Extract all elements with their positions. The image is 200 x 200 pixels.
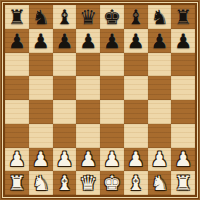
square-g1[interactable]: ♞ [148,171,172,195]
piece-black-knight[interactable]: ♞ [150,6,168,26]
square-h4[interactable] [171,100,195,124]
square-e3[interactable] [100,124,124,148]
square-h5[interactable] [171,76,195,100]
square-d8[interactable]: ♛ [76,5,100,29]
square-a1[interactable]: ♜ [5,171,29,195]
piece-white-bishop[interactable]: ♝ [55,173,73,193]
piece-black-pawn[interactable]: ♟ [174,30,192,50]
square-h1[interactable]: ♜ [171,171,195,195]
piece-black-pawn[interactable]: ♟ [8,30,26,50]
square-f7[interactable]: ♟ [124,29,148,53]
square-c6[interactable] [53,53,77,77]
square-f3[interactable] [124,124,148,148]
square-b3[interactable] [29,124,53,148]
square-f1[interactable]: ♝ [124,171,148,195]
square-e6[interactable] [100,53,124,77]
piece-white-rook[interactable]: ♜ [174,173,192,193]
square-d3[interactable] [76,124,100,148]
piece-white-knight[interactable]: ♞ [32,173,50,193]
piece-white-rook[interactable]: ♜ [8,173,26,193]
piece-black-king[interactable]: ♚ [103,6,121,26]
square-c5[interactable] [53,76,77,100]
piece-black-bishop[interactable]: ♝ [127,6,145,26]
square-f6[interactable] [124,53,148,77]
square-c3[interactable] [53,124,77,148]
piece-black-rook[interactable]: ♜ [174,6,192,26]
square-h2[interactable]: ♟ [171,148,195,172]
square-d4[interactable] [76,100,100,124]
square-d7[interactable]: ♟ [76,29,100,53]
piece-white-pawn[interactable]: ♟ [174,149,192,169]
piece-black-pawn[interactable]: ♟ [127,30,145,50]
piece-black-pawn[interactable]: ♟ [32,30,50,50]
piece-white-bishop[interactable]: ♝ [127,173,145,193]
square-a2[interactable]: ♟ [5,148,29,172]
piece-black-pawn[interactable]: ♟ [150,30,168,50]
square-f2[interactable]: ♟ [124,148,148,172]
piece-black-bishop[interactable]: ♝ [55,6,73,26]
square-g2[interactable]: ♟ [148,148,172,172]
square-e8[interactable]: ♚ [100,5,124,29]
square-g6[interactable] [148,53,172,77]
square-g4[interactable] [148,100,172,124]
square-e4[interactable] [100,100,124,124]
square-c4[interactable] [53,100,77,124]
chess-board: ♜♞♝♛♚♝♞♜♟♟♟♟♟♟♟♟♟♟♟♟♟♟♟♟♜♞♝♛♚♝♞♜ [5,5,195,195]
piece-white-pawn[interactable]: ♟ [103,149,121,169]
piece-white-pawn[interactable]: ♟ [150,149,168,169]
piece-white-pawn[interactable]: ♟ [55,149,73,169]
piece-black-pawn[interactable]: ♟ [103,30,121,50]
square-g8[interactable]: ♞ [148,5,172,29]
piece-black-pawn[interactable]: ♟ [55,30,73,50]
square-a3[interactable] [5,124,29,148]
piece-white-pawn[interactable]: ♟ [32,149,50,169]
square-g7[interactable]: ♟ [148,29,172,53]
square-c8[interactable]: ♝ [53,5,77,29]
square-d5[interactable] [76,76,100,100]
square-e1[interactable]: ♚ [100,171,124,195]
piece-black-pawn[interactable]: ♟ [79,30,97,50]
square-h7[interactable]: ♟ [171,29,195,53]
square-h6[interactable] [171,53,195,77]
square-e7[interactable]: ♟ [100,29,124,53]
chess-board-frame: ♜♞♝♛♚♝♞♜♟♟♟♟♟♟♟♟♟♟♟♟♟♟♟♟♜♞♝♛♚♝♞♜ [0,0,200,200]
square-a7[interactable]: ♟ [5,29,29,53]
square-g3[interactable] [148,124,172,148]
piece-black-knight[interactable]: ♞ [32,6,50,26]
square-b6[interactable] [29,53,53,77]
piece-black-rook[interactable]: ♜ [8,6,26,26]
square-f5[interactable] [124,76,148,100]
square-c2[interactable]: ♟ [53,148,77,172]
piece-white-pawn[interactable]: ♟ [8,149,26,169]
piece-white-knight[interactable]: ♞ [150,173,168,193]
square-d6[interactable] [76,53,100,77]
square-e2[interactable]: ♟ [100,148,124,172]
square-b2[interactable]: ♟ [29,148,53,172]
piece-white-queen[interactable]: ♛ [79,173,97,193]
square-a6[interactable] [5,53,29,77]
square-b1[interactable]: ♞ [29,171,53,195]
square-b4[interactable] [29,100,53,124]
piece-white-pawn[interactable]: ♟ [79,149,97,169]
square-h3[interactable] [171,124,195,148]
square-f8[interactable]: ♝ [124,5,148,29]
square-a8[interactable]: ♜ [5,5,29,29]
square-d2[interactable]: ♟ [76,148,100,172]
square-a5[interactable] [5,76,29,100]
piece-white-king[interactable]: ♚ [103,173,121,193]
square-e5[interactable] [100,76,124,100]
square-f4[interactable] [124,100,148,124]
square-h8[interactable]: ♜ [171,5,195,29]
square-c1[interactable]: ♝ [53,171,77,195]
square-d1[interactable]: ♛ [76,171,100,195]
square-b7[interactable]: ♟ [29,29,53,53]
square-a4[interactable] [5,100,29,124]
piece-white-pawn[interactable]: ♟ [127,149,145,169]
square-c7[interactable]: ♟ [53,29,77,53]
piece-black-queen[interactable]: ♛ [79,6,97,26]
square-g5[interactable] [148,76,172,100]
square-b8[interactable]: ♞ [29,5,53,29]
square-b5[interactable] [29,76,53,100]
